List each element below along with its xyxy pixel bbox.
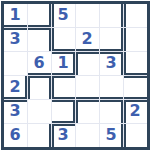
given-digit: 1	[57, 55, 68, 71]
cell-r4c4[interactable]	[76, 76, 99, 99]
given-digit: 5	[57, 7, 68, 23]
cell-r6c6[interactable]	[124, 124, 147, 147]
cell-r6c5[interactable]: 5	[100, 124, 123, 147]
cell-r5c1[interactable]: 3	[4, 100, 27, 123]
given-digit: 5	[105, 127, 116, 143]
cell-r4c5[interactable]	[100, 76, 123, 99]
given-digit: 3	[57, 127, 68, 143]
cell-r1c6[interactable]	[124, 4, 147, 27]
cell-r2c1[interactable]: 3	[4, 28, 27, 51]
cell-r5c2[interactable]	[28, 100, 51, 123]
cell-r4c3[interactable]	[52, 76, 75, 99]
given-digit: 6	[9, 127, 20, 143]
cell-r5c4[interactable]	[76, 100, 99, 123]
given-digit: 3	[105, 55, 116, 71]
given-digit: 2	[129, 103, 140, 119]
cell-r2c3[interactable]	[52, 28, 75, 51]
cell-r1c3[interactable]: 5	[52, 4, 75, 27]
cell-r2c5[interactable]	[100, 28, 123, 51]
cell-r1c2[interactable]	[28, 4, 51, 27]
cell-r4c1[interactable]: 2	[4, 76, 27, 99]
puzzle-board: 1532613232635	[1, 1, 150, 150]
cell-r5c5[interactable]	[100, 100, 123, 123]
cell-r1c1[interactable]: 1	[4, 4, 27, 27]
given-digit: 3	[9, 31, 20, 47]
cell-r3c4[interactable]	[76, 52, 99, 75]
cell-r5c6[interactable]: 2	[124, 100, 147, 123]
given-digit: 3	[9, 103, 20, 119]
cell-r2c2[interactable]	[28, 28, 51, 51]
cell-r1c4[interactable]	[76, 4, 99, 27]
cell-r6c3[interactable]: 3	[52, 124, 75, 147]
cell-r3c6[interactable]	[124, 52, 147, 75]
cell-r5c3[interactable]	[52, 100, 75, 123]
cell-r6c1[interactable]: 6	[4, 124, 27, 147]
cell-r3c5[interactable]: 3	[100, 52, 123, 75]
cell-r6c4[interactable]	[76, 124, 99, 147]
given-digit: 6	[33, 55, 44, 71]
cell-r6c2[interactable]	[28, 124, 51, 147]
puzzle-stage: 1532613232635	[0, 0, 150, 150]
cell-r2c6[interactable]	[124, 28, 147, 51]
given-digit: 2	[81, 31, 92, 47]
given-digit: 2	[9, 79, 20, 95]
cell-r3c3[interactable]: 1	[52, 52, 75, 75]
given-digit: 1	[9, 7, 20, 23]
cell-r4c2[interactable]	[28, 76, 51, 99]
cell-r3c1[interactable]	[4, 52, 27, 75]
cell-r1c5[interactable]	[100, 4, 123, 27]
cell-r3c2[interactable]: 6	[28, 52, 51, 75]
cell-r2c4[interactable]: 2	[76, 28, 99, 51]
cell-r4c6[interactable]	[124, 76, 147, 99]
